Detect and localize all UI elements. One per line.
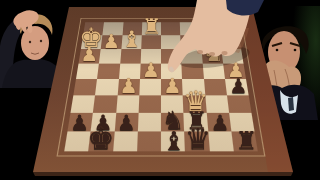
knuckle: [222, 51, 228, 55]
knuckle: [209, 52, 215, 56]
reaching-arm: [0, 0, 320, 180]
knuckle: [197, 50, 203, 54]
thumbnail-scene: ♜♛♝♚♟♜♞♟♟♟♛♟♟♟♟♟♞♟♝♟♚♜: [0, 0, 320, 180]
